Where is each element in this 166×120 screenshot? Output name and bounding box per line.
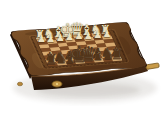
piece-white-pawn-g2[interactable]: ♟ (47, 34, 56, 44)
piece-white-pawn-f2[interactable]: ♟ (56, 33, 65, 43)
pieces-layer: ♜♞♝♚♛♝♞♜♟♟♟♟♟♟♟♟♟♟♟♟♟♟♟♟♜♞♝♚♛♝♞♜ (0, 0, 166, 120)
piece-white-pawn-d2[interactable]: ♟ (75, 31, 84, 41)
piece-white-pawn-c2[interactable]: ♟ (84, 31, 93, 41)
piece-black-rook-a8[interactable]: ♜ (111, 47, 124, 61)
piece-white-pawn-h2[interactable]: ♟ (37, 34, 46, 44)
chess-set-photo: ♜♞♝♚♛♝♞♜♟♟♟♟♟♟♟♟♟♟♟♟♟♟♟♟♜♞♝♚♛♝♞♜ (0, 0, 166, 120)
piece-white-pawn-a2[interactable]: ♟ (103, 29, 112, 39)
piece-white-pawn-b2[interactable]: ♟ (94, 30, 103, 40)
